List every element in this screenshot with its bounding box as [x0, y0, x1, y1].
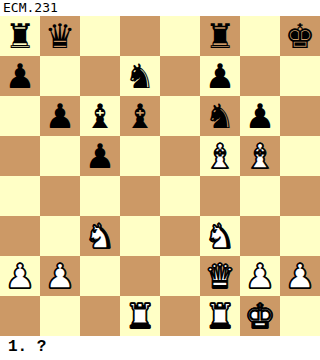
piece-white-rook: ♜: [125, 296, 155, 336]
square-e6[interactable]: [160, 96, 200, 136]
square-f7[interactable]: ♟: [200, 56, 240, 96]
square-c4[interactable]: [80, 176, 120, 216]
square-f3[interactable]: ♞: [200, 216, 240, 256]
square-g7[interactable]: [240, 56, 280, 96]
piece-white-knight: ♞: [85, 216, 115, 256]
square-d7[interactable]: ♞: [120, 56, 160, 96]
square-b2[interactable]: ♟: [40, 256, 80, 296]
square-e7[interactable]: [160, 56, 200, 96]
square-g8[interactable]: [240, 16, 280, 56]
piece-white-pawn: ♟: [5, 256, 35, 296]
square-c7[interactable]: [80, 56, 120, 96]
square-c6[interactable]: ♝: [80, 96, 120, 136]
square-h5[interactable]: [280, 136, 320, 176]
square-e1[interactable]: [160, 296, 200, 336]
square-d5[interactable]: [120, 136, 160, 176]
square-e5[interactable]: [160, 136, 200, 176]
piece-black-knight: ♞: [125, 56, 155, 96]
square-a6[interactable]: [0, 96, 40, 136]
square-h2[interactable]: ♟: [280, 256, 320, 296]
piece-white-pawn: ♟: [45, 256, 75, 296]
square-b6[interactable]: ♟: [40, 96, 80, 136]
square-h1[interactable]: [280, 296, 320, 336]
square-a1[interactable]: [0, 296, 40, 336]
square-d1[interactable]: ♜: [120, 296, 160, 336]
piece-white-bishop: ♝: [205, 136, 235, 176]
piece-black-rook: ♜: [205, 16, 235, 56]
square-c3[interactable]: ♞: [80, 216, 120, 256]
piece-black-pawn: ♟: [45, 96, 75, 136]
square-g2[interactable]: ♟: [240, 256, 280, 296]
piece-black-pawn: ♟: [5, 56, 35, 96]
piece-white-king: ♚: [245, 296, 275, 336]
square-f2[interactable]: ♛: [200, 256, 240, 296]
square-e3[interactable]: [160, 216, 200, 256]
square-b4[interactable]: [40, 176, 80, 216]
square-c1[interactable]: [80, 296, 120, 336]
square-e4[interactable]: [160, 176, 200, 216]
square-d4[interactable]: [120, 176, 160, 216]
square-a8[interactable]: ♜: [0, 16, 40, 56]
square-g3[interactable]: [240, 216, 280, 256]
square-d3[interactable]: [120, 216, 160, 256]
piece-white-pawn: ♟: [245, 256, 275, 296]
square-f4[interactable]: [200, 176, 240, 216]
square-b3[interactable]: [40, 216, 80, 256]
square-c2[interactable]: [80, 256, 120, 296]
piece-white-knight: ♞: [205, 216, 235, 256]
piece-black-rook: ♜: [5, 16, 35, 56]
square-h3[interactable]: [280, 216, 320, 256]
square-g5[interactable]: ♝: [240, 136, 280, 176]
square-d2[interactable]: [120, 256, 160, 296]
square-a3[interactable]: [0, 216, 40, 256]
piece-white-rook: ♜: [205, 296, 235, 336]
piece-white-pawn: ♟: [285, 256, 315, 296]
chess-board: ♜♛♜♚♟♞♟♟♝♝♞♟♟♝♝♞♞♟♟♛♟♟♜♜♚: [0, 16, 320, 336]
square-b8[interactable]: ♛: [40, 16, 80, 56]
piece-white-queen: ♛: [205, 256, 235, 296]
piece-black-bishop: ♝: [85, 96, 115, 136]
square-b7[interactable]: [40, 56, 80, 96]
square-b1[interactable]: [40, 296, 80, 336]
square-g4[interactable]: [240, 176, 280, 216]
piece-black-knight: ♞: [205, 96, 235, 136]
diagram-title: ECM.231: [0, 0, 320, 16]
square-h4[interactable]: [280, 176, 320, 216]
square-f5[interactable]: ♝: [200, 136, 240, 176]
square-d6[interactable]: ♝: [120, 96, 160, 136]
chess-diagram-window: ECM.231 ♜♛♜♚♟♞♟♟♝♝♞♟♟♝♝♞♞♟♟♛♟♟♜♜♚ 1. ?: [0, 0, 320, 360]
piece-black-bishop: ♝: [125, 96, 155, 136]
square-h8[interactable]: ♚: [280, 16, 320, 56]
square-c5[interactable]: ♟: [80, 136, 120, 176]
piece-white-bishop: ♝: [245, 136, 275, 176]
square-h7[interactable]: [280, 56, 320, 96]
move-prompt: 1. ?: [0, 336, 320, 360]
square-b5[interactable]: [40, 136, 80, 176]
square-g1[interactable]: ♚: [240, 296, 280, 336]
piece-black-pawn: ♟: [85, 136, 115, 176]
square-e2[interactable]: [160, 256, 200, 296]
square-f6[interactable]: ♞: [200, 96, 240, 136]
square-e8[interactable]: [160, 16, 200, 56]
square-a5[interactable]: [0, 136, 40, 176]
square-f1[interactable]: ♜: [200, 296, 240, 336]
square-d8[interactable]: [120, 16, 160, 56]
square-c8[interactable]: [80, 16, 120, 56]
piece-black-queen: ♛: [45, 16, 75, 56]
square-f8[interactable]: ♜: [200, 16, 240, 56]
piece-black-king: ♚: [285, 16, 315, 56]
piece-black-pawn: ♟: [205, 56, 235, 96]
square-a7[interactable]: ♟: [0, 56, 40, 96]
square-a4[interactable]: [0, 176, 40, 216]
square-h6[interactable]: [280, 96, 320, 136]
piece-black-pawn: ♟: [245, 96, 275, 136]
square-g6[interactable]: ♟: [240, 96, 280, 136]
square-a2[interactable]: ♟: [0, 256, 40, 296]
